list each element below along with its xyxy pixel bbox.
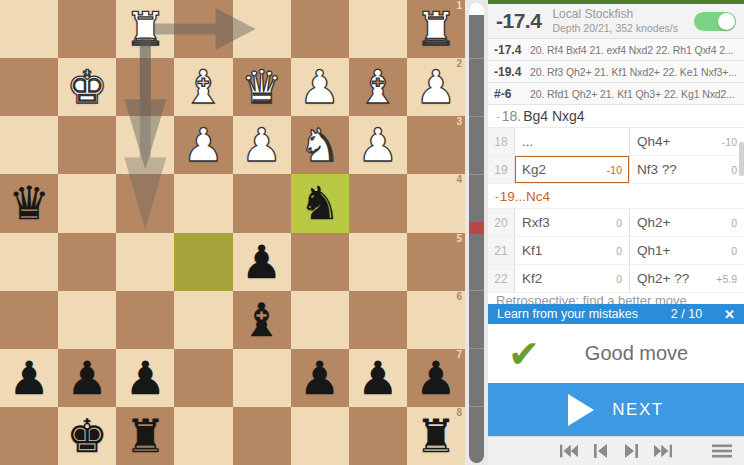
white-rook[interactable]: ♜ xyxy=(125,0,166,58)
move-number: 22 xyxy=(488,265,515,292)
square-g2[interactable]: ♚ xyxy=(58,58,116,116)
feedback-text: Good move xyxy=(585,342,688,365)
white-knight[interactable]: ♞ xyxy=(299,116,340,174)
engine-header: -17.4 Local Stockfish Depth 20/21, 352 k… xyxy=(488,4,744,39)
square-h5[interactable] xyxy=(0,233,58,291)
move-number: 18 xyxy=(488,128,515,155)
engine-line-1[interactable]: -17.420. Rf4 Bxf4 21. exf4 Nxd2 22. Rh1 … xyxy=(488,39,744,61)
white-pawn[interactable]: ♟ xyxy=(299,58,340,116)
navigation-bar xyxy=(488,436,744,465)
black-bishop[interactable]: ♝ xyxy=(241,291,282,349)
engine-toggle[interactable] xyxy=(694,12,736,31)
square-c7[interactable]: ♟ xyxy=(291,349,349,407)
engine-eval: -17.4 xyxy=(496,9,541,33)
gauge-zero-mark xyxy=(469,222,484,234)
black-pawn[interactable]: ♟ xyxy=(125,349,166,407)
square-f2[interactable] xyxy=(116,58,174,116)
square-h6[interactable] xyxy=(0,291,58,349)
previous-move-button[interactable] xyxy=(594,444,608,458)
lfym-title: Learn from your mistakes xyxy=(497,307,638,321)
black-rook[interactable]: ♜ xyxy=(415,407,456,465)
square-h2[interactable] xyxy=(0,58,58,116)
square-g7[interactable]: ♟ xyxy=(58,349,116,407)
black-pawn[interactable]: ♟ xyxy=(299,349,340,407)
rank-label-3: 3 xyxy=(456,117,462,127)
white-move-cell[interactable]: Kg2-10 xyxy=(515,156,629,183)
black-rook[interactable]: ♜ xyxy=(125,407,166,465)
white-queen[interactable]: ♛ xyxy=(241,58,282,116)
move-san: Qh2+ ?? xyxy=(637,271,689,286)
move-san: ... xyxy=(522,134,533,149)
toggle-knob xyxy=(718,13,735,30)
move-san: Qh1+ xyxy=(637,243,670,258)
move-eval: 0 xyxy=(616,245,622,257)
line-eval: #-6 xyxy=(494,87,530,101)
retro-variation-header[interactable]: - 19...Nc4 xyxy=(488,184,744,209)
square-d4[interactable] xyxy=(233,174,291,232)
square-h4[interactable]: ♛ xyxy=(0,174,58,232)
square-e3[interactable]: ♟ xyxy=(174,116,232,174)
square-c5[interactable] xyxy=(291,233,349,291)
white-bishop[interactable]: ♝ xyxy=(183,58,224,116)
engine-name: Local Stockfish xyxy=(552,8,678,22)
eval-gauge-bar xyxy=(469,2,484,463)
rank-label-8: 8 xyxy=(456,408,462,418)
square-d2[interactable]: ♛ xyxy=(233,58,291,116)
square-f5[interactable] xyxy=(116,233,174,291)
black-move-cell[interactable]: Qh2+ ??+5.9 xyxy=(629,265,744,292)
square-d3[interactable]: ♟ xyxy=(233,116,291,174)
scrollbar[interactable] xyxy=(739,142,744,176)
context-moves: Bg4 Nxg4 xyxy=(523,108,584,124)
move-san: Rxf3 xyxy=(522,215,550,230)
square-c4[interactable]: ♞ xyxy=(291,174,349,232)
black-pawn[interactable]: ♟ xyxy=(241,233,282,291)
square-f8[interactable]: ♜ xyxy=(116,407,174,465)
black-move-cell[interactable]: Nf3 ??0 xyxy=(629,156,744,183)
black-pawn[interactable]: ♟ xyxy=(8,349,49,407)
line-moves: 20. Rf3 Qh2+ 21. Kf1 Nxd2+ 22. Ke1 Nxf3+… xyxy=(530,66,737,78)
square-g8[interactable]: ♚ xyxy=(58,407,116,465)
square-e4[interactable] xyxy=(174,174,232,232)
square-h3[interactable] xyxy=(0,116,58,174)
play-triangle-icon xyxy=(568,394,594,426)
square-h1[interactable] xyxy=(0,0,58,58)
square-e2[interactable]: ♝ xyxy=(174,58,232,116)
square-d1[interactable] xyxy=(233,0,291,58)
move-number: 21 xyxy=(488,237,515,264)
square-c6[interactable] xyxy=(291,291,349,349)
square-h8[interactable] xyxy=(0,407,58,465)
white-move-cell[interactable]: Kf20 xyxy=(515,265,629,292)
square-e6[interactable] xyxy=(174,291,232,349)
square-h7[interactable]: ♟ xyxy=(0,349,58,407)
line-eval: -17.4 xyxy=(494,43,530,57)
square-b1[interactable] xyxy=(349,0,407,58)
move-eval: -10 xyxy=(607,164,622,176)
black-pawn[interactable]: ♟ xyxy=(67,349,108,407)
black-pawn[interactable]: ♟ xyxy=(415,349,456,407)
move-san: Kg2 xyxy=(522,162,546,177)
black-move-cell[interactable]: Qh2+0 xyxy=(629,209,744,236)
square-e1[interactable] xyxy=(174,0,232,58)
line-eval: -19.4 xyxy=(494,65,530,79)
rank-label-7: 7 xyxy=(456,350,462,360)
square-f3[interactable] xyxy=(116,116,174,174)
white-move-cell[interactable]: Rxf30 xyxy=(515,209,629,236)
square-f4[interactable] xyxy=(116,174,174,232)
line-moves: 20. Rf4 Bxf4 21. exf4 Nxd2 22. Rh1 Qxf4 … xyxy=(530,44,733,56)
square-a2[interactable]: 2♟ xyxy=(407,58,465,116)
square-b6[interactable] xyxy=(349,291,407,349)
move-row-19: 19Kg2-10Nf3 ??0 xyxy=(488,156,744,184)
checkmark-icon: ✔ xyxy=(508,332,540,376)
engine-depth: Depth 20/21, 352 knodes/s xyxy=(552,22,678,34)
engine-line-2[interactable]: -19.420. Rf3 Qh2+ 21. Kf1 Nxd2+ 22. Ke1 … xyxy=(488,61,744,83)
context-move-number: 18. xyxy=(502,108,521,124)
square-a5[interactable]: 5 xyxy=(407,233,465,291)
move-san: Kf1 xyxy=(522,243,542,258)
move-eval: -10 xyxy=(722,136,737,148)
square-e8[interactable] xyxy=(174,407,232,465)
square-e7[interactable] xyxy=(174,349,232,407)
move-row-20: 20Rxf30Qh2+0 xyxy=(488,209,744,237)
black-move-cell[interactable]: Qh4+-10 xyxy=(629,128,744,155)
first-move-button[interactable] xyxy=(560,444,578,458)
square-g4[interactable] xyxy=(58,174,116,232)
white-pawn[interactable]: ♟ xyxy=(183,116,224,174)
next-label: NEXT xyxy=(612,400,663,420)
square-b7[interactable]: ♟ xyxy=(349,349,407,407)
square-e5[interactable] xyxy=(174,233,232,291)
square-g6[interactable] xyxy=(58,291,116,349)
square-a3[interactable]: 3 xyxy=(407,116,465,174)
engine-line-3[interactable]: #-620. Rfd1 Qh2+ 21. Kf1 Qh3+ 22. Kg1 Nx… xyxy=(488,83,744,105)
close-icon[interactable]: ✕ xyxy=(724,307,735,322)
context-dash: - xyxy=(496,110,500,122)
square-c1[interactable] xyxy=(291,0,349,58)
square-g1[interactable] xyxy=(58,0,116,58)
square-b5[interactable] xyxy=(349,233,407,291)
square-a4[interactable]: 4 xyxy=(407,174,465,232)
move-number: 19 xyxy=(488,156,515,183)
retrospective-footer: Retrospective: find a better move xyxy=(488,293,744,304)
last-move-button[interactable] xyxy=(654,444,672,458)
white-king[interactable]: ♚ xyxy=(67,58,108,116)
move-eval: 0 xyxy=(616,217,622,229)
move-row-22: 22Kf20Qh2+ ??+5.9 xyxy=(488,265,744,293)
line-moves: 20. Rfd1 Qh2+ 21. Kf1 Qh3+ 22. Kg1 Nxd2.… xyxy=(530,88,735,100)
chess-board[interactable]: ♜1♜♚♝♛♟♝2♟♟♟♞♟3♛♞4♟5♝6♟♟♟♟♟7♟♚♜8♜ xyxy=(0,0,465,465)
square-a7[interactable]: 7♟ xyxy=(407,349,465,407)
white-move-cell[interactable]: Kf10 xyxy=(515,237,629,264)
square-b4[interactable] xyxy=(349,174,407,232)
square-d7[interactable] xyxy=(233,349,291,407)
moveline-context[interactable]: - 18. Bg4 Nxg4 xyxy=(488,105,744,128)
square-b8[interactable] xyxy=(349,407,407,465)
square-a1[interactable]: 1♜ xyxy=(407,0,465,58)
square-f6[interactable] xyxy=(116,291,174,349)
square-g3[interactable] xyxy=(58,116,116,174)
square-c2[interactable]: ♟ xyxy=(291,58,349,116)
move-san: Qh4+ xyxy=(637,134,670,149)
move-eval: 0 xyxy=(731,217,737,229)
rank-label-1: 1 xyxy=(456,1,462,11)
learn-from-mistakes-bar: Learn from your mistakes 2 / 10 ✕ xyxy=(488,304,744,324)
square-f7[interactable]: ♟ xyxy=(116,349,174,407)
rank-label-2: 2 xyxy=(456,59,462,69)
retro-dash: - xyxy=(495,190,499,202)
black-king[interactable]: ♚ xyxy=(67,407,108,465)
square-a8[interactable]: 8♜ xyxy=(407,407,465,465)
move-san: Nf3 ?? xyxy=(637,162,677,177)
move-eval: 0 xyxy=(731,164,737,176)
next-button[interactable]: NEXT xyxy=(488,383,744,436)
move-row-21: 21Kf10Qh1+0 xyxy=(488,237,744,265)
move-eval: 0 xyxy=(731,245,737,257)
square-c8[interactable] xyxy=(291,407,349,465)
retro-move: 19...Nc4 xyxy=(500,189,550,204)
square-d6[interactable]: ♝ xyxy=(233,291,291,349)
white-pawn[interactable]: ♟ xyxy=(357,116,398,174)
square-d5[interactable]: ♟ xyxy=(233,233,291,291)
move-row-18: 18...Qh4+-10 xyxy=(488,128,744,156)
move-eval: +5.9 xyxy=(716,273,737,285)
square-f1[interactable]: ♜ xyxy=(116,0,174,58)
next-move-button[interactable] xyxy=(624,444,638,458)
lfym-counter: 2 / 10 xyxy=(671,307,702,321)
white-bishop[interactable]: ♝ xyxy=(357,58,398,116)
square-a6[interactable]: 6 xyxy=(407,291,465,349)
rank-label-4: 4 xyxy=(456,175,462,185)
white-pawn[interactable]: ♟ xyxy=(415,58,456,116)
square-c3[interactable]: ♞ xyxy=(291,116,349,174)
black-pawn[interactable]: ♟ xyxy=(357,349,398,407)
rank-label-5: 5 xyxy=(456,234,462,244)
eval-gauge xyxy=(465,0,488,465)
white-move-cell[interactable]: ... xyxy=(515,128,629,155)
white-pawn[interactable]: ♟ xyxy=(241,116,282,174)
black-move-cell[interactable]: Qh1+0 xyxy=(629,237,744,264)
rank-label-6: 6 xyxy=(456,292,462,302)
move-san: Kf2 xyxy=(522,271,542,286)
gauge-white-share xyxy=(469,2,484,15)
move-number: 20 xyxy=(488,209,515,236)
square-b3[interactable]: ♟ xyxy=(349,116,407,174)
square-b2[interactable]: ♝ xyxy=(349,58,407,116)
square-d8[interactable] xyxy=(233,407,291,465)
move-san: Qh2+ xyxy=(637,215,670,230)
black-knight[interactable]: ♞ xyxy=(299,174,340,232)
move-eval: 0 xyxy=(616,273,622,285)
move-feedback: ✔ Good move xyxy=(488,324,744,383)
white-rook[interactable]: ♜ xyxy=(415,0,456,58)
engine-meta: Local Stockfish Depth 20/21, 352 knodes/… xyxy=(552,8,678,34)
square-g5[interactable] xyxy=(58,233,116,291)
chess-analysis-app: ♜1♜♚♝♛♟♝2♟♟♟♞♟3♛♞4♟5♝6♟♟♟♟♟7♟♚♜8♜ -17.4 … xyxy=(0,0,744,465)
analysis-panel: -17.4 Local Stockfish Depth 20/21, 352 k… xyxy=(488,0,744,465)
black-queen[interactable]: ♛ xyxy=(8,174,49,232)
menu-button[interactable] xyxy=(712,444,732,458)
